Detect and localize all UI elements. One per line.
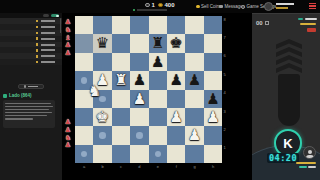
- chat-overlay-bar: [300, 23, 316, 25]
- coin-icon: [36, 26, 38, 28]
- square-e4[interactable]: [149, 90, 167, 108]
- round-chip: 1: [145, 2, 155, 8]
- square-h1[interactable]: [204, 145, 222, 163]
- coin-icon: [196, 5, 200, 9]
- square-e5[interactable]: [149, 71, 167, 89]
- toggle-pill[interactable]: [43, 14, 49, 17]
- chat-message-line: [5, 106, 53, 108]
- rank-label: 6: [224, 53, 226, 58]
- square-f2[interactable]: [167, 126, 185, 144]
- black-pawn[interactable]: ♟: [204, 90, 222, 108]
- black-pawn[interactable]: ♟: [130, 71, 148, 89]
- square-d7[interactable]: [130, 34, 148, 52]
- coin-icon: [36, 49, 38, 51]
- row-text-bar: [41, 49, 55, 51]
- white-pawn[interactable]: ♟: [130, 90, 148, 108]
- status-row: [133, 9, 167, 11]
- square-h2[interactable]: [204, 126, 222, 144]
- square-e2[interactable]: [149, 126, 167, 144]
- square-d8[interactable]: [130, 16, 148, 34]
- sidebar-row[interactable]: [0, 59, 62, 65]
- square-c6[interactable]: [112, 53, 130, 71]
- captured-piece-icon: ♟: [62, 18, 74, 26]
- row-text-bar: [41, 44, 55, 46]
- square-d1[interactable]: [130, 145, 148, 163]
- chat-message-box: [3, 100, 55, 128]
- square-e1[interactable]: [149, 145, 167, 163]
- square-h8[interactable]: [204, 16, 222, 34]
- online-status-icon: [133, 9, 135, 11]
- black-pawn[interactable]: ♟: [149, 53, 167, 71]
- rank-label: 1: [224, 145, 226, 150]
- user-coins-bar: [276, 7, 288, 9]
- move-dot: [136, 132, 142, 138]
- square-b6[interactable]: [93, 53, 111, 71]
- chat-message-line: [5, 109, 49, 111]
- counter-value: 00: [256, 20, 263, 26]
- rank-label: 4: [224, 90, 226, 95]
- square-a6[interactable]: [75, 53, 93, 71]
- chat-message-line: [5, 115, 47, 117]
- rank-ladder: [276, 39, 302, 71]
- captured-piece-icon: ♟: [62, 141, 74, 149]
- coin-icon: [36, 43, 38, 45]
- square-g3[interactable]: [185, 108, 203, 126]
- square-b1[interactable]: [93, 145, 111, 163]
- white-knight[interactable]: ♞: [85, 82, 103, 100]
- coin-count: 400: [165, 2, 175, 8]
- black-king[interactable]: ♚: [167, 34, 185, 52]
- square-d2[interactable]: [130, 126, 148, 144]
- square-g1[interactable]: [185, 145, 203, 163]
- white-rook[interactable]: ♜: [112, 71, 130, 89]
- refresh-icon: [24, 85, 27, 88]
- captured-pieces-top: ♟♞♝♟♟: [62, 18, 74, 57]
- square-a8[interactable]: [75, 16, 93, 34]
- square-g7[interactable]: [185, 34, 203, 52]
- white-king[interactable]: ♚: [93, 108, 111, 126]
- sell-button[interactable]: [18, 84, 44, 89]
- chat-overlay-button[interactable]: [307, 28, 316, 32]
- square-f1[interactable]: [167, 145, 185, 163]
- coin-icon: [36, 20, 38, 22]
- white-pawn[interactable]: ♟: [204, 108, 222, 126]
- chat-message-line: [5, 112, 52, 114]
- captured-pieces-bottom: ♟♟♞♟: [62, 118, 74, 149]
- file-label: a: [75, 164, 93, 169]
- black-pawn[interactable]: ♟: [167, 71, 185, 89]
- row-text-bar: [41, 26, 55, 28]
- chat-overlay-bar: [305, 18, 317, 20]
- square-g4[interactable]: [185, 90, 203, 108]
- opponent-avatar[interactable]: [303, 146, 316, 159]
- chat-user-badge-icon: [3, 94, 7, 98]
- sell-label-bar: [28, 86, 38, 88]
- rank-label: 8: [224, 17, 226, 22]
- menu-item-sell-coins[interactable]: Sell Coins: [196, 4, 221, 9]
- game-screen: 1 400 Sell Coins Messages Game Settings: [0, 0, 320, 180]
- coin-icon: [36, 32, 38, 34]
- rank-ladder-shaft: [278, 74, 300, 126]
- gear-icon: [241, 5, 245, 9]
- chevron-up-icon: [276, 63, 302, 73]
- square-c7[interactable]: [112, 34, 130, 52]
- chat-overlay-bar: [308, 166, 316, 168]
- top-bar: 1 400 Sell Coins Messages Game Settings: [0, 0, 320, 13]
- chat-overlay-badge: [298, 18, 303, 20]
- chat-bubble-icon: [219, 5, 223, 8]
- square-c2[interactable]: [112, 126, 130, 144]
- rank-letter: K: [283, 136, 292, 151]
- file-label: b: [93, 164, 111, 169]
- captured-piece-icon: ♟: [62, 118, 74, 126]
- chess-board: ♛♜♚♟♟♟♟♟♟♜♞♟♚♟♟♟: [75, 16, 222, 163]
- rank-label: 7: [224, 35, 226, 40]
- square-b8[interactable]: [93, 16, 111, 34]
- sidebar: Lado (864): [0, 13, 62, 180]
- square-h6[interactable]: [204, 53, 222, 71]
- person-icon: [308, 150, 312, 154]
- white-pawn[interactable]: ♟: [167, 108, 185, 126]
- black-rook[interactable]: ♜: [149, 34, 167, 52]
- rank-label: 3: [224, 109, 226, 114]
- user-avatar[interactable]: [264, 2, 273, 11]
- square-h7[interactable]: [204, 34, 222, 52]
- square-c8[interactable]: [112, 16, 130, 34]
- move-dot: [155, 151, 161, 157]
- square-c3[interactable]: [112, 108, 130, 126]
- row-text-bar: [41, 38, 55, 40]
- square-d6[interactable]: [130, 53, 148, 71]
- counter-chip: 00: [256, 20, 269, 26]
- chat-overlay-bar: [299, 166, 307, 168]
- row-text-bar: [41, 32, 55, 34]
- file-label: e: [149, 164, 167, 169]
- coin-icon: [36, 37, 38, 39]
- square-h5[interactable]: [204, 71, 222, 89]
- square-c1[interactable]: [112, 145, 130, 163]
- rank-label: 5: [224, 72, 226, 77]
- file-label: d: [130, 164, 148, 169]
- square-c4[interactable]: [112, 90, 130, 108]
- move-dot: [99, 132, 105, 138]
- chat-username: Lado (864): [9, 93, 32, 98]
- square-a1[interactable]: [75, 145, 93, 163]
- chat-message-line: [5, 118, 33, 120]
- captured-piece-icon: ♟: [62, 126, 74, 134]
- rank-label: 2: [224, 127, 226, 132]
- user-name-bar: [276, 3, 294, 5]
- captured-piece-icon: ♟: [62, 49, 74, 57]
- square-f6[interactable]: [167, 53, 185, 71]
- square-f8[interactable]: [167, 16, 185, 34]
- hamburger-menu-icon[interactable]: [309, 3, 316, 10]
- row-text-bar: [41, 61, 55, 63]
- sidebar-rows: [0, 18, 62, 65]
- status-text-bar: [137, 9, 167, 11]
- captured-piece-icon: ♞: [62, 26, 74, 34]
- round-icon: [145, 3, 150, 8]
- square-a3[interactable]: [75, 108, 93, 126]
- chat-message-line: [5, 103, 51, 105]
- square-g8[interactable]: [185, 16, 203, 34]
- coin-icon: [158, 3, 163, 8]
- square-g6[interactable]: [185, 53, 203, 71]
- right-panel: 00 K 04:20: [252, 13, 320, 180]
- square-a7[interactable]: [75, 34, 93, 52]
- black-pawn[interactable]: ♟: [185, 71, 203, 89]
- square-e3[interactable]: [149, 108, 167, 126]
- game-timer: 04:20: [267, 153, 299, 163]
- square-b2[interactable]: [93, 126, 111, 144]
- file-label: c: [112, 164, 130, 169]
- row-text-bar: [41, 55, 55, 57]
- coin-icon: [36, 55, 38, 57]
- square-d3[interactable]: [130, 108, 148, 126]
- square-f4[interactable]: [167, 90, 185, 108]
- sidebar-scrollbar[interactable]: [60, 18, 62, 33]
- row-text-bar: [41, 20, 55, 22]
- round-count: 1: [152, 2, 155, 8]
- square-a2[interactable]: [75, 126, 93, 144]
- grid-icon: [265, 21, 269, 25]
- coin-icon: [36, 61, 38, 63]
- black-queen[interactable]: ♛: [93, 34, 111, 52]
- move-dot: [81, 151, 87, 157]
- chat-user-row: Lado (864): [3, 93, 32, 98]
- white-pawn[interactable]: ♟: [185, 126, 203, 144]
- square-e8[interactable]: [149, 16, 167, 34]
- file-label: h: [204, 164, 222, 169]
- file-label: g: [185, 164, 203, 169]
- file-label: f: [167, 164, 185, 169]
- chat-overlay-bar: [296, 162, 316, 164]
- coin-chip: 400: [158, 2, 175, 8]
- toggle-green[interactable]: [51, 14, 59, 17]
